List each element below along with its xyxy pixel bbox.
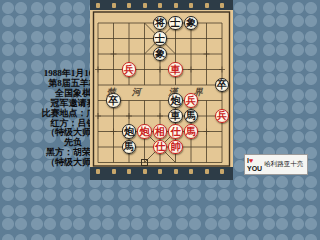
piece-black-soldier[interactable]: 卒: [215, 78, 230, 93]
piece-black-chariot[interactable]: 車: [168, 109, 183, 124]
piece-red-advisor[interactable]: 仕: [168, 124, 183, 139]
file-number-mark: [112, 3, 116, 8]
piece-black-general[interactable]: 将: [153, 16, 168, 31]
piece-red-horse[interactable]: 馬: [184, 124, 199, 139]
piece-red-general[interactable]: 帥: [168, 140, 183, 155]
board-top-frame: [90, 0, 233, 10]
piece-black-soldier[interactable]: 卒: [106, 93, 121, 108]
piece-red-elephant[interactable]: 相: [153, 124, 168, 139]
xiangqi-board: 楚 河漢 界 将士象士象兵車卒卒炮兵車馬兵炮炮相仕馬馬仕帥: [90, 0, 233, 180]
file-number-mark: [127, 3, 131, 8]
piece-black-cannon[interactable]: 炮: [122, 124, 137, 139]
file-number-mark: [205, 3, 209, 8]
heart-icon: ♥: [249, 157, 253, 164]
watermark: I♥ YOU 哈利路亚十亮: [244, 154, 308, 175]
last-move-origin-marker: [141, 159, 148, 166]
piece-black-elephant[interactable]: 象: [153, 47, 168, 62]
file-number-mark: [189, 3, 193, 8]
watermark-logo: I♥ YOU: [247, 157, 262, 172]
piece-red-advisor[interactable]: 仕: [153, 140, 168, 155]
watermark-text: 哈利路亚十亮: [264, 160, 303, 169]
piece-red-soldier[interactable]: 兵: [215, 109, 230, 124]
piece-red-cannon[interactable]: 炮: [137, 124, 152, 139]
watermark-you: YOU: [247, 165, 262, 173]
piece-black-advisor[interactable]: 士: [153, 31, 168, 46]
piece-red-chariot[interactable]: 車: [168, 62, 183, 77]
file-number-mark: [158, 3, 162, 8]
piece-black-elephant[interactable]: 象: [184, 16, 199, 31]
piece-red-soldier[interactable]: 兵: [184, 93, 199, 108]
piece-black-horse[interactable]: 馬: [122, 140, 137, 155]
video-frame: { "game": "xiangqi", "position": { "fen"…: [0, 0, 320, 180]
piece-black-horse[interactable]: 馬: [184, 109, 199, 124]
pieces-layer: 将士象士象兵車卒卒炮兵車馬兵炮炮相仕馬馬仕帥: [90, 15, 230, 170]
file-number-mark: [96, 3, 100, 8]
piece-black-advisor[interactable]: 士: [168, 16, 183, 31]
piece-black-cannon[interactable]: 炮: [168, 93, 183, 108]
piece-red-soldier[interactable]: 兵: [122, 62, 137, 77]
file-number-mark: [174, 3, 178, 8]
file-number-mark: [220, 3, 224, 8]
file-number-mark: [143, 3, 147, 8]
